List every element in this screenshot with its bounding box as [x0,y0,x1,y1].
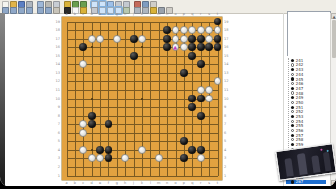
white-stone[interactable] [205,95,213,103]
silhouette [323,152,332,172]
white-move-icon [291,63,294,66]
black-move-icon [291,143,294,146]
white-stone[interactable] [138,35,146,43]
grid-line [67,176,218,177]
white-move-icon [291,129,294,132]
column-label: b [73,181,77,185]
column-label: f [106,181,110,185]
white-move-icon [291,138,294,141]
row-label: 7 [53,122,60,126]
column-label: e [98,181,102,185]
row-label: 17 [224,37,231,41]
row-label: 15 [224,54,231,58]
white-stone[interactable] [88,35,96,43]
white-stone[interactable] [96,35,104,43]
white-stone[interactable] [113,35,121,43]
column-label: b [73,12,77,16]
column-label: k [140,12,144,16]
column-label: t [216,12,220,16]
last-move-triangle-marker: ▲ [173,45,177,50]
column-label: l [148,181,152,185]
column-label: d [90,12,94,16]
column-label: m [157,12,161,16]
black-move-icon [291,134,294,137]
go-editor-window: ▲ aabbccddeeffgghhjjkkllmmnnooppqqrrsstt… [0,0,336,189]
black-stone[interactable] [197,35,205,43]
grid-line [67,167,218,168]
white-move-icon [291,101,294,104]
white-stone[interactable] [180,43,188,51]
black-stone[interactable] [197,43,205,51]
black-stone[interactable] [188,52,196,60]
white-stone[interactable] [197,86,205,94]
white-stone[interactable] [214,77,222,85]
star-point [141,46,143,48]
white-move-icon [291,91,294,94]
row-label: 13 [53,71,60,75]
silhouette [297,153,308,175]
black-stone[interactable] [214,18,222,26]
white-stone[interactable] [205,86,213,94]
app-frame: ▲ aabbccddeeffgghhjjkkllmmnnooppqqrrsstt… [0,0,336,187]
black-move-icon [291,77,294,80]
black-move-icon [291,180,294,183]
black-stone[interactable] [197,146,205,154]
row-label: 16 [224,45,231,49]
column-label: d [90,181,94,185]
column-label: l [148,12,152,16]
white-stone[interactable] [88,154,96,162]
white-stone[interactable] [96,154,104,162]
white-stone[interactable] [79,120,87,128]
column-label: a [65,12,69,16]
white-stone[interactable] [155,154,163,162]
black-stone[interactable] [214,35,222,43]
black-stone[interactable] [197,60,205,68]
row-label: 8 [53,114,60,118]
go-board[interactable]: ▲ [62,17,222,180]
white-move-icon [291,73,294,76]
black-stone[interactable] [188,95,196,103]
back-icon[interactable] [18,7,25,14]
column-label: h [123,12,127,16]
column-label: c [81,181,85,185]
column-label: n [165,181,169,185]
white-stone[interactable] [79,146,87,154]
row-label: 19 [53,20,60,24]
row-label: 18 [224,28,231,32]
row-label: 10 [53,97,60,101]
row-label: 13 [224,71,231,75]
row-label: 5 [53,139,60,143]
column-label: q [190,12,194,16]
black-move-icon [291,124,294,127]
white-stone[interactable] [79,60,87,68]
black-stone[interactable] [163,26,171,34]
column-label: o [174,181,178,185]
white-stone[interactable] [205,26,213,34]
white-stone[interactable] [79,129,87,137]
row-label: 5 [224,139,231,143]
row-label: 2 [53,165,60,169]
black-stone[interactable] [88,120,96,128]
video-letterbox-bar [0,186,336,189]
white-stone[interactable] [197,154,205,162]
back-10-icon[interactable] [10,7,17,14]
grid-line [159,22,160,176]
column-label: a [65,181,69,185]
row-label: 4 [53,148,60,152]
column-label: k [140,181,144,185]
black-stone[interactable] [205,43,213,51]
forward-10-icon[interactable] [37,7,44,14]
star-point [141,98,143,100]
column-label: s [207,181,211,185]
white-stone[interactable] [188,26,196,34]
row-label: 14 [224,62,231,66]
row-label: 1 [224,174,231,178]
star-point [91,46,93,48]
row-label: 12 [53,79,60,83]
column-label: j [132,181,136,185]
row-label: 2 [224,165,231,169]
column-label: f [106,12,110,16]
white-stone[interactable] [172,35,180,43]
move-entry[interactable]: 267 [286,180,326,185]
row-label: 6 [53,131,60,135]
column-label: m [157,181,161,185]
black-move-icon [291,115,294,118]
black-stone[interactable] [214,43,222,51]
black-stone[interactable] [188,35,196,43]
black-stone[interactable] [197,112,205,120]
column-label: h [123,181,127,185]
white-stone[interactable] [205,35,213,43]
row-label: 9 [53,105,60,109]
forward-icon[interactable] [26,7,33,14]
column-label: r [199,12,203,16]
row-label: 15 [53,54,60,58]
white-stone[interactable] [138,146,146,154]
scrollbar-thumb[interactable] [332,20,336,58]
row-label: 14 [53,62,60,66]
row-label: 17 [53,37,60,41]
black-stone[interactable] [163,35,171,43]
white-stone[interactable] [121,154,129,162]
black-move-icon [291,59,294,62]
canvas-left-edge [0,13,5,186]
star-point [91,149,93,151]
scroll-up-button[interactable]: ▲ [331,13,336,19]
silhouette [284,158,293,177]
silhouette [311,155,320,173]
white-move-icon [291,120,294,123]
column-label: p [182,12,186,16]
column-label: n [165,12,169,16]
black-stone[interactable] [105,146,113,154]
row-label: 1 [53,174,60,178]
white-move-icon [291,82,294,85]
star-point [91,98,93,100]
column-label: g [115,181,119,185]
row-label: 9 [224,105,231,109]
column-label: e [98,12,102,16]
black-stone[interactable] [105,154,113,162]
column-label: t [216,181,220,185]
row-label: 3 [224,156,231,160]
black-stone[interactable] [163,43,171,51]
grid-line [67,133,218,134]
black-move-icon [291,68,294,71]
column-label: g [115,12,119,16]
row-label: 11 [224,88,231,92]
black-stone[interactable] [197,95,205,103]
row-label: 3 [53,156,60,160]
column-label: s [207,12,211,16]
black-stone[interactable] [88,112,96,120]
row-label: 12 [224,79,231,83]
black-stone[interactable] [188,103,196,111]
black-move-icon [291,96,294,99]
column-label: p [182,181,186,185]
pass-icon[interactable] [53,7,60,14]
white-stone[interactable] [214,26,222,34]
row-label: 10 [224,97,231,101]
black-stone[interactable] [130,35,138,43]
grid-line [150,22,151,176]
column-label: c [81,12,85,16]
row-label: 6 [224,131,231,135]
row-label: 8 [224,114,231,118]
game-end-icon[interactable] [45,7,52,14]
row-label: 4 [224,148,231,152]
column-label: q [190,181,194,185]
black-move-icon [291,87,294,90]
column-label: j [132,12,136,16]
row-label: 7 [224,122,231,126]
white-stone[interactable] [180,35,188,43]
black-stone[interactable] [188,43,196,51]
move-number: 267 [296,179,304,184]
black-stone[interactable] [180,69,188,77]
column-label: o [174,12,178,16]
black-stone[interactable] [105,120,113,128]
white-stone[interactable] [180,26,188,34]
black-stone[interactable] [130,52,138,60]
white-stone[interactable] [197,26,205,34]
column-label: r [199,181,203,185]
row-label: 16 [53,45,60,49]
grid-line [67,141,218,142]
row-label: 18 [53,28,60,32]
black-stone[interactable] [79,43,87,51]
white-move-icon [291,110,294,113]
row-label: 11 [53,88,60,92]
black-stone[interactable] [188,146,196,154]
spark [320,149,322,151]
row-label: 19 [224,20,231,24]
black-stone[interactable] [180,137,188,145]
black-stone[interactable] [180,154,188,162]
black-stone[interactable] [96,146,104,154]
white-stone[interactable] [172,26,180,34]
black-move-icon [291,106,294,109]
game-info-panel[interactable] [287,11,331,57]
